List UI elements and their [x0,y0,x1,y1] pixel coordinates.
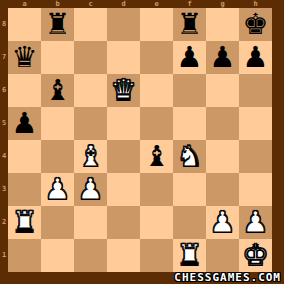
square-g7[interactable]: ♟ [206,41,239,74]
file-label-d: d [107,0,140,8]
rank-label-6: 6 [0,74,8,107]
file-label-c: c [74,0,107,8]
square-b8[interactable]: ♜ [41,8,74,41]
square-c8[interactable] [74,8,107,41]
square-c7[interactable] [74,41,107,74]
square-d4[interactable] [107,140,140,173]
square-e4[interactable]: ♝ [140,140,173,173]
square-g4[interactable] [206,140,239,173]
square-g6[interactable] [206,74,239,107]
white-rook-piece: ♜ [173,239,206,272]
square-c5[interactable] [74,107,107,140]
square-a6[interactable] [8,74,41,107]
square-g5[interactable] [206,107,239,140]
square-h2[interactable]: ♟ [239,206,272,239]
square-a1[interactable] [8,239,41,272]
square-e1[interactable] [140,239,173,272]
rank-label-5: 5 [0,107,8,140]
square-h7[interactable]: ♟ [239,41,272,74]
square-h3[interactable] [239,173,272,206]
square-d3[interactable] [107,173,140,206]
black-pawn-piece: ♟ [239,41,272,74]
square-e8[interactable] [140,8,173,41]
square-f8[interactable]: ♜ [173,8,206,41]
square-g1[interactable] [206,239,239,272]
square-h1[interactable]: ♚ [239,239,272,272]
square-a8[interactable] [8,8,41,41]
square-e2[interactable] [140,206,173,239]
black-rook-piece: ♜ [41,8,74,41]
square-a7[interactable]: ♛ [8,41,41,74]
rank-labels: 87654321 [0,8,8,272]
square-c1[interactable] [74,239,107,272]
square-a4[interactable] [8,140,41,173]
square-b2[interactable] [41,206,74,239]
black-rook-piece: ♜ [173,8,206,41]
square-e7[interactable] [140,41,173,74]
square-f4[interactable]: ♞ [173,140,206,173]
square-f6[interactable] [173,74,206,107]
square-f1[interactable]: ♜ [173,239,206,272]
black-king-piece: ♚ [239,8,272,41]
black-queen-piece: ♛ [8,41,41,74]
chess-board-frame: abcdefgh 87654321 ♜♜♚♛♟♟♟♝♛♟♝♝♞♟♟♜♟♟♜♚ C… [0,0,284,284]
watermark: CHESSGAMES.COM [174,272,281,284]
white-pawn-piece: ♟ [41,173,74,206]
square-b1[interactable] [41,239,74,272]
rank-label-8: 8 [0,8,8,41]
square-g3[interactable] [206,173,239,206]
black-bishop-piece: ♝ [41,74,74,107]
square-a5[interactable]: ♟ [8,107,41,140]
rank-label-3: 3 [0,173,8,206]
square-f2[interactable] [173,206,206,239]
rank-label-7: 7 [0,41,8,74]
rank-label-4: 4 [0,140,8,173]
square-a2[interactable]: ♜ [8,206,41,239]
black-pawn-piece: ♟ [8,107,41,140]
square-c2[interactable] [74,206,107,239]
square-b4[interactable] [41,140,74,173]
square-b3[interactable]: ♟ [41,173,74,206]
square-h5[interactable] [239,107,272,140]
rank-label-1: 1 [0,239,8,272]
square-f7[interactable]: ♟ [173,41,206,74]
white-rook-piece: ♜ [8,206,41,239]
white-pawn-piece: ♟ [239,206,272,239]
square-e3[interactable] [140,173,173,206]
black-pawn-piece: ♟ [206,41,239,74]
square-c6[interactable] [74,74,107,107]
square-a3[interactable] [8,173,41,206]
rank-label-2: 2 [0,206,8,239]
square-d5[interactable] [107,107,140,140]
square-f5[interactable] [173,107,206,140]
white-bishop-piece: ♝ [74,140,107,173]
square-d8[interactable] [107,8,140,41]
square-e5[interactable] [140,107,173,140]
white-knight-piece: ♞ [173,140,206,173]
square-h4[interactable] [239,140,272,173]
square-h6[interactable] [239,74,272,107]
square-b6[interactable]: ♝ [41,74,74,107]
square-h8[interactable]: ♚ [239,8,272,41]
file-label-g: g [206,0,239,8]
white-king-piece: ♚ [239,239,272,272]
square-b7[interactable] [41,41,74,74]
square-c3[interactable]: ♟ [74,173,107,206]
square-b5[interactable] [41,107,74,140]
square-d7[interactable] [107,41,140,74]
white-pawn-piece: ♟ [74,173,107,206]
black-bishop-piece: ♝ [140,140,173,173]
square-d1[interactable] [107,239,140,272]
square-d6[interactable]: ♛ [107,74,140,107]
white-queen-piece: ♛ [107,74,140,107]
square-e6[interactable] [140,74,173,107]
square-f3[interactable] [173,173,206,206]
white-pawn-piece: ♟ [206,206,239,239]
chess-board: ♜♜♚♛♟♟♟♝♛♟♝♝♞♟♟♜♟♟♜♚ [8,8,272,272]
black-pawn-piece: ♟ [173,41,206,74]
square-g8[interactable] [206,8,239,41]
file-label-e: e [140,0,173,8]
square-d2[interactable] [107,206,140,239]
square-c4[interactable]: ♝ [74,140,107,173]
square-g2[interactable]: ♟ [206,206,239,239]
file-label-a: a [8,0,41,8]
